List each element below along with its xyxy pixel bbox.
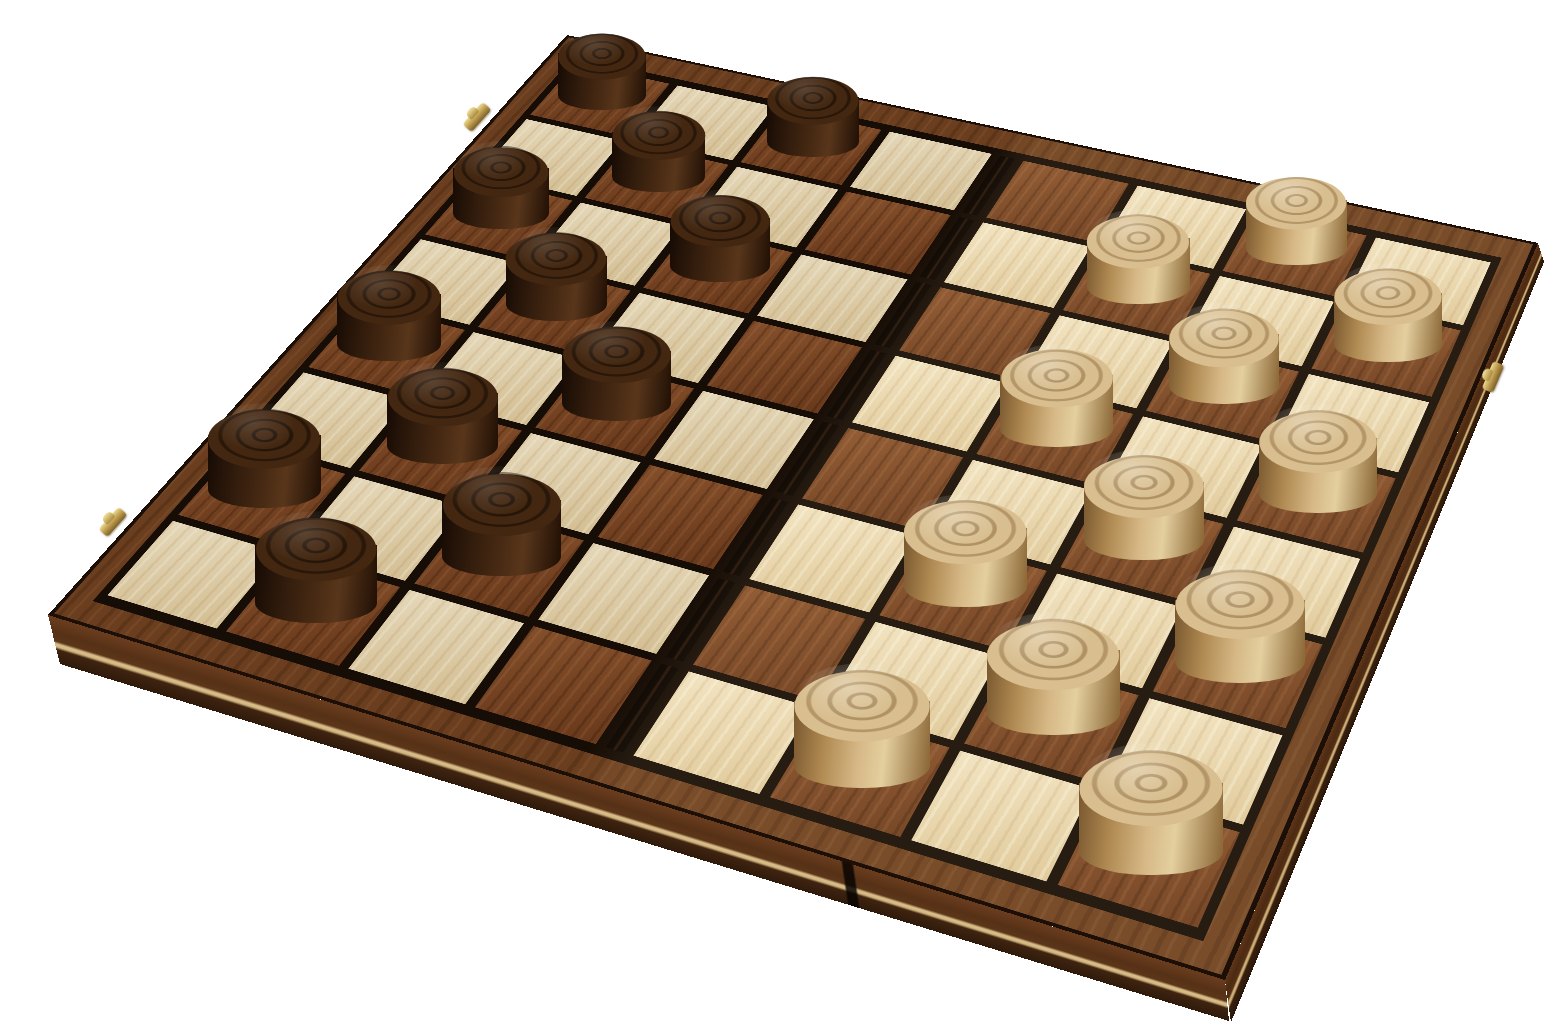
piece-rings <box>1000 344 1113 407</box>
piece-top: ● <box>453 141 548 194</box>
piece-top: ● <box>670 190 770 246</box>
piece-rings <box>208 403 321 466</box>
piece-top: ● <box>1087 209 1190 267</box>
piece-top: ● <box>612 106 706 158</box>
checker-piece-dark[interactable]: ● <box>442 466 561 576</box>
piece-top: ● <box>1246 172 1347 229</box>
piece-top: ● <box>1084 449 1205 517</box>
piece-top: ● <box>987 612 1120 687</box>
piece-rings <box>670 190 770 246</box>
piece-top: ● <box>337 265 441 323</box>
piece-top: ● <box>558 29 646 78</box>
checker-piece-dark[interactable]: ● <box>670 190 770 282</box>
piece-rings <box>1087 209 1190 267</box>
piece-top: ● <box>387 362 498 424</box>
piece-rings <box>1259 404 1377 470</box>
checker-piece-light[interactable]: ● <box>1084 449 1205 560</box>
piece-rings <box>506 227 608 284</box>
checker-piece-light[interactable]: ● <box>1175 563 1305 683</box>
product-photo-scene: ●●●●●●●●●●●●●●●●●●●●●●●● <box>0 0 1556 1024</box>
checker-piece-dark[interactable]: ● <box>387 362 498 464</box>
piece-top: ● <box>208 403 321 466</box>
piece-rings <box>337 265 441 323</box>
piece-top: ● <box>255 511 377 579</box>
piece-top: ● <box>904 494 1028 563</box>
piece-rings <box>1169 303 1279 365</box>
piece-top: ● <box>1000 344 1113 407</box>
checker-piece-light[interactable]: ● <box>1334 263 1442 362</box>
piece-rings <box>1334 263 1442 323</box>
piece-top: ● <box>442 466 561 533</box>
piece-top: ● <box>1334 263 1442 323</box>
piece-rings <box>1175 563 1305 636</box>
piece-rings <box>453 141 548 194</box>
piece-rings <box>255 511 377 579</box>
piece-top: ● <box>794 663 930 739</box>
piece-rings <box>562 321 671 382</box>
piece-rings <box>558 29 646 78</box>
piece-rings <box>904 494 1028 563</box>
piece-rings <box>987 612 1120 687</box>
piece-rings <box>612 106 706 158</box>
piece-top: ● <box>1079 743 1223 824</box>
piece-top: ● <box>1259 404 1377 470</box>
piece-rings <box>442 466 561 533</box>
piece-rings <box>767 72 859 124</box>
pieces-layer: ●●●●●●●●●●●●●●●●●●●●●●●● <box>0 0 1556 1024</box>
checker-piece-dark[interactable]: ● <box>767 72 859 157</box>
piece-top: ● <box>562 321 671 382</box>
piece-top: ● <box>1175 563 1305 636</box>
checker-piece-light[interactable]: ● <box>1079 743 1223 876</box>
piece-rings <box>1084 449 1205 517</box>
checker-piece-dark[interactable]: ● <box>208 403 321 507</box>
checker-piece-dark[interactable]: ● <box>562 321 671 421</box>
checker-piece-light[interactable]: ● <box>904 494 1028 608</box>
piece-rings <box>794 663 930 739</box>
piece-rings <box>387 362 498 424</box>
checker-piece-light[interactable]: ● <box>794 663 930 788</box>
checker-piece-dark[interactable]: ● <box>255 511 377 623</box>
piece-top: ● <box>767 72 859 124</box>
checker-piece-light[interactable]: ● <box>987 612 1120 735</box>
piece-top: ● <box>506 227 608 284</box>
piece-rings <box>1079 743 1223 824</box>
checker-piece-light[interactable]: ● <box>1259 404 1377 513</box>
piece-rings <box>1246 172 1347 229</box>
piece-top: ● <box>1169 303 1279 365</box>
